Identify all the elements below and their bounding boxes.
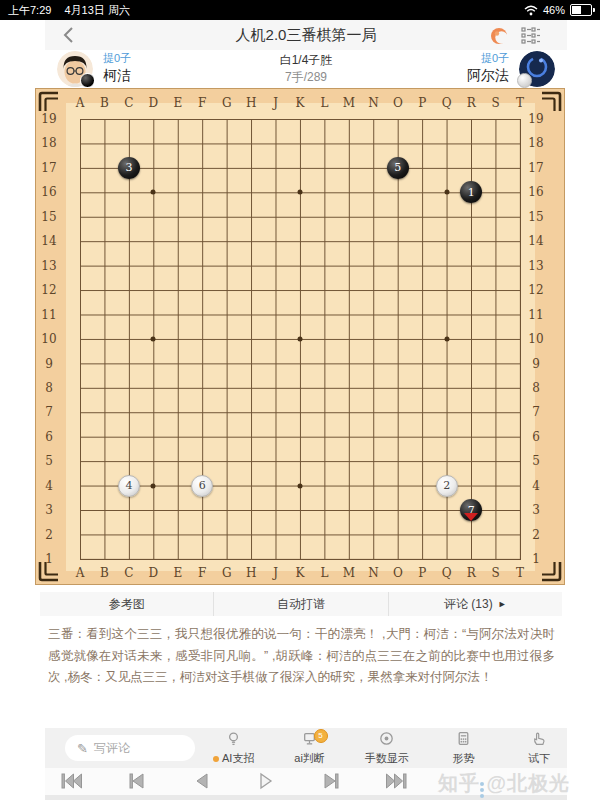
board-coordinate: A (76, 96, 85, 110)
board-coordinate: 7 (45, 405, 53, 419)
board-coordinate: O (393, 566, 403, 580)
board-coordinate: 5 (45, 454, 53, 468)
board-coordinate: F (198, 96, 206, 110)
board-coordinate: N (368, 566, 379, 580)
tool-label: 形势 (453, 751, 475, 766)
board-coordinate: 1 (45, 552, 53, 566)
board-coordinate: A (76, 566, 85, 580)
board-coordinate: T (516, 566, 524, 580)
stone-black-C17: 3 (118, 157, 140, 179)
board-coordinate: Q (442, 96, 452, 110)
board-coordinate: P (418, 96, 426, 110)
black-player-avatar[interactable] (57, 51, 93, 87)
jump-start-button[interactable] (59, 770, 85, 796)
comments-arrow-icon: ► (498, 599, 507, 609)
board-coordinate: 2 (532, 528, 540, 542)
tool-label: 试下 (528, 751, 550, 766)
tool-label: AI支招 (222, 751, 254, 766)
board-coordinate: 1 (532, 552, 540, 566)
board-tabs: 参考图自动打谱评论 (13)► (40, 592, 562, 616)
coin-badge: 5 (314, 729, 328, 743)
move-number-display-button[interactable]: 手数显示 (365, 731, 409, 766)
board-coordinate: L (321, 566, 329, 580)
black-player-name: 柯洁 (103, 65, 131, 85)
board-coordinate: S (492, 566, 500, 580)
board-coordinate: N (368, 96, 379, 110)
board-coordinate: 8 (532, 381, 540, 395)
tab-reference[interactable]: 参考图 (40, 592, 213, 616)
target-icon (379, 731, 394, 750)
last-move-marker (464, 513, 478, 521)
status-date: 4月13日 周六 (64, 4, 129, 16)
status-time: 上午7:29 (8, 4, 51, 16)
star-point (444, 190, 449, 195)
board-coordinate: K (296, 566, 305, 580)
board-coordinate: G (222, 96, 232, 110)
board-coordinate: 19 (528, 112, 543, 126)
board-coordinate: 19 (41, 112, 56, 126)
ai-hint-button[interactable]: AI支招 (213, 731, 254, 766)
white-captures: 提0子 (467, 51, 509, 65)
calculator-icon (456, 731, 471, 750)
bottom-toolbar: ✎ 写评论 AI支招5ai判断手数显示形势试下 (45, 728, 567, 768)
board-coordinate: 7 (532, 405, 540, 419)
board-coordinate: 17 (528, 161, 543, 175)
forward-1-button[interactable] (253, 770, 279, 796)
star-point (298, 337, 303, 342)
board-coordinate: G (222, 566, 232, 580)
board-coordinate: B (100, 96, 109, 110)
board-coordinate: C (124, 566, 133, 580)
bulb-icon (226, 731, 241, 750)
white-player-avatar[interactable] (519, 51, 555, 87)
board-coordinate: F (198, 566, 206, 580)
board-coordinate: 16 (41, 185, 56, 199)
board-coordinate: M (343, 96, 355, 110)
board-coordinate: 9 (532, 357, 540, 371)
board-coordinate: R (467, 566, 476, 580)
hand-icon (531, 731, 546, 750)
kifu-list-icon[interactable] (521, 26, 541, 45)
stone-white-Q4: 2 (436, 475, 458, 497)
tab-comments[interactable]: 评论 (13)► (388, 592, 562, 616)
forward-10-button[interactable] (318, 770, 344, 796)
jump-end-button[interactable] (383, 770, 409, 796)
tool-label: 手数显示 (365, 751, 409, 766)
board-coordinate: C (124, 96, 133, 110)
nav-bar: 人机2.0三番棋第一局 (45, 20, 567, 50)
board-coordinate: 15 (41, 210, 56, 224)
right-outline-icon (253, 770, 279, 792)
status-left: 上午7:29 4月13日 周六 (8, 3, 140, 18)
star-point (444, 337, 449, 342)
tool-label: ai判断 (294, 751, 325, 766)
board-coordinate: 3 (532, 503, 540, 517)
tab-label: 自动打谱 (277, 596, 325, 613)
board-coordinate: R (467, 96, 476, 110)
white-player-name: 阿尔法 (467, 65, 509, 85)
tab-label: 评论 (13) (444, 596, 493, 613)
board-corner-ornament (37, 90, 59, 112)
comment-placeholder: 写评论 (94, 740, 130, 757)
star-point (298, 483, 303, 488)
wifi-icon (524, 5, 538, 16)
status-right: 46% (524, 4, 592, 16)
star-point (151, 483, 156, 488)
board-coordinate: E (173, 96, 182, 110)
board-coordinate: 6 (532, 430, 540, 444)
playback-controls (59, 770, 409, 796)
tab-auto-replay[interactable]: 自动打谱 (213, 592, 387, 616)
board-coordinate: 16 (528, 185, 543, 199)
right-bar-icon (318, 770, 344, 792)
go-board[interactable]: AABBCCDDEEFFGGHHJJKKLLMMNNOOPPQQRRSSTT19… (35, 88, 565, 585)
board-coordinate: S (492, 96, 500, 110)
board-coordinate: 13 (41, 259, 56, 273)
board-coordinate: 5 (532, 454, 540, 468)
back-1-button[interactable] (189, 770, 215, 796)
star-point (298, 190, 303, 195)
stone-black-O17: 5 (387, 157, 409, 179)
orange-dot-icon (213, 756, 219, 762)
star-point (151, 190, 156, 195)
board-coordinate: 3 (45, 503, 53, 517)
board-coordinate: 9 (45, 357, 53, 371)
app-screen: 上午7:29 4月13日 周六 46% 人机2.0三番棋第一局 (0, 0, 600, 800)
board-coordinate: 12 (41, 283, 56, 297)
board-coordinate: 13 (528, 259, 543, 273)
battery-icon (570, 4, 592, 16)
status-bar: 上午7:29 4月13日 周六 46% (0, 0, 600, 20)
stone-white-F4: 6 (191, 475, 213, 497)
white-stone-badge (517, 73, 532, 88)
watermark: 知乎 @北极光 (438, 770, 570, 797)
pencil-icon: ✎ (77, 741, 88, 756)
tab-label: 参考图 (109, 596, 145, 613)
left-icon (189, 770, 215, 792)
stone-white-C4: 4 (118, 475, 140, 497)
board-coordinate: 10 (41, 332, 56, 346)
board-coordinate: J (273, 566, 278, 580)
watermark-logo-dots (480, 782, 484, 798)
black-stone-badge (80, 73, 95, 88)
board-coordinate: 14 (528, 234, 543, 248)
board-coordinate: B (100, 566, 109, 580)
star-point (151, 337, 156, 342)
board-coordinate: H (246, 566, 256, 580)
board-coordinate: 18 (41, 136, 56, 150)
board-coordinate: P (418, 566, 426, 580)
tool-buttons: AI支招5ai判断手数显示形势试下 (213, 731, 559, 766)
hot-topic-icon[interactable] (489, 26, 509, 45)
board-coordinate: 15 (528, 210, 543, 224)
board-coordinate: K (296, 96, 305, 110)
board-coordinate: 4 (45, 479, 53, 493)
board-coordinate: 17 (41, 161, 56, 175)
board-corner-ornament (541, 90, 563, 112)
board-coordinate: D (149, 566, 159, 580)
board-coordinate: 11 (41, 308, 56, 322)
board-coordinate: 18 (528, 136, 543, 150)
double-right-bar-icon (383, 770, 409, 792)
board-coordinate: 12 (528, 283, 543, 297)
board-coordinate: Q (442, 566, 452, 580)
board-coordinate: 4 (532, 479, 540, 493)
board-coordinate: 10 (528, 332, 543, 346)
board-coordinate: H (246, 96, 256, 110)
board-coordinate: L (321, 96, 329, 110)
board-coordinate: 14 (41, 234, 56, 248)
board-coordinate: 6 (45, 430, 53, 444)
comment-input[interactable]: ✎ 写评论 (65, 735, 195, 761)
board-coordinate: M (343, 566, 355, 580)
bar-double-left-icon (59, 770, 85, 792)
game-status: 白1/4子胜 7手/289 (280, 52, 333, 85)
board-coordinate: J (273, 96, 278, 110)
white-player-info: 提0子 阿尔法 (467, 51, 509, 85)
board-coordinate: D (149, 96, 159, 110)
ai-judge-button[interactable]: 5ai判断 (290, 731, 330, 766)
board-coordinate: 11 (528, 308, 543, 322)
territory-button[interactable]: 形势 (444, 731, 484, 766)
board-coordinate: T (516, 96, 524, 110)
board-coordinate: 2 (45, 528, 53, 542)
board-coordinate: O (393, 96, 403, 110)
bar-left-icon (124, 770, 150, 792)
black-player-info: 提0子 柯洁 (103, 51, 131, 85)
move-counter: 7手/289 (280, 69, 333, 85)
black-captures: 提0子 (103, 51, 131, 65)
stone-black-R16: 1 (460, 181, 482, 203)
battery-percent: 46% (543, 4, 565, 16)
back-10-button[interactable] (124, 770, 150, 796)
commentary-text: 三番：看到这个三三，我只想很优雅的说一句：干的漂亮！ ,大門：柯洁：“与阿尔法对… (48, 624, 555, 689)
try-move-button[interactable]: 试下 (519, 731, 559, 766)
board-coordinate: E (173, 566, 182, 580)
board-coordinate: 8 (45, 381, 53, 395)
players-bar: 提0子 柯洁 白1/4子胜 7手/289 提0子 阿尔法 (45, 50, 567, 88)
board-corner-ornament (541, 561, 563, 583)
result-text: 白1/4子胜 (280, 52, 333, 69)
